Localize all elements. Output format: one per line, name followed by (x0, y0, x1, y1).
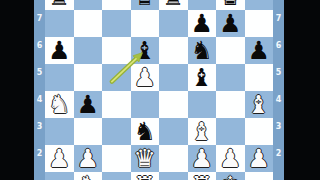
square-f4[interactable] (188, 91, 217, 118)
square-g3[interactable] (216, 118, 245, 145)
black-bishop-f5[interactable]: ♝ (191, 65, 213, 90)
black-king-g8[interactable]: ♚ (219, 0, 241, 9)
square-b4[interactable]: ♟ (74, 91, 103, 118)
white-rook-d1[interactable]: ♜ (134, 173, 156, 180)
square-g6[interactable] (216, 37, 245, 64)
square-c5[interactable] (102, 64, 131, 91)
black-bishop-d6[interactable]: ♝ (134, 38, 156, 63)
rank-label-left-7: 7 (34, 14, 45, 23)
white-pawn-f2[interactable]: ♟ (191, 146, 213, 171)
square-a4[interactable]: ♞ (45, 91, 74, 118)
square-c6[interactable] (102, 37, 131, 64)
square-c7[interactable] (102, 10, 131, 37)
square-d4[interactable] (131, 91, 160, 118)
square-b7[interactable] (74, 10, 103, 37)
white-knight-b1[interactable]: ♞ (77, 173, 99, 180)
white-pawn-g2[interactable]: ♟ (219, 146, 241, 171)
square-d1[interactable]: ♜ (131, 172, 160, 180)
square-b3[interactable] (74, 118, 103, 145)
square-a1[interactable] (45, 172, 74, 180)
white-king-g1[interactable]: ♚ (219, 173, 241, 180)
square-d6[interactable]: ♝ (131, 37, 160, 64)
square-d3[interactable]: ♞ (131, 118, 160, 145)
square-h4[interactable]: ♝ (245, 91, 274, 118)
black-pawn-f7[interactable]: ♟ (191, 11, 213, 36)
white-pawn-a2[interactable]: ♟ (48, 146, 70, 171)
black-pawn-b4[interactable]: ♟ (77, 92, 99, 117)
square-a8[interactable]: ♜ (45, 0, 74, 10)
square-c8[interactable] (102, 0, 131, 10)
rank-label-right-2: 2 (273, 149, 284, 158)
black-rook-a8[interactable]: ♜ (48, 0, 70, 9)
black-pawn-h6[interactable]: ♟ (248, 38, 270, 63)
chess-diagram: ♜♛♜♚♟♟♟♝♞♟♟♝♞♟♝♞♝♟♟♛♟♟♟♞♜♜♚ 776655443322 (0, 0, 320, 180)
square-e3[interactable] (159, 118, 188, 145)
square-g4[interactable] (216, 91, 245, 118)
square-f7[interactable]: ♟ (188, 10, 217, 37)
rank-label-right-3: 3 (273, 122, 284, 131)
white-knight-a4[interactable]: ♞ (48, 92, 70, 117)
square-h7[interactable] (245, 10, 274, 37)
square-d5[interactable]: ♟ (131, 64, 160, 91)
black-knight-f6[interactable]: ♞ (191, 38, 213, 63)
rank-label-left-2: 2 (34, 149, 45, 158)
square-f6[interactable]: ♞ (188, 37, 217, 64)
square-g7[interactable]: ♟ (216, 10, 245, 37)
square-c4[interactable] (102, 91, 131, 118)
square-d2[interactable]: ♛ (131, 145, 160, 172)
rank-label-right-7: 7 (273, 14, 284, 23)
square-f5[interactable]: ♝ (188, 64, 217, 91)
square-c1[interactable] (102, 172, 131, 180)
square-h1[interactable] (245, 172, 274, 180)
square-h2[interactable]: ♟ (245, 145, 274, 172)
square-a6[interactable]: ♟ (45, 37, 74, 64)
rank-label-right-4: 4 (273, 95, 284, 104)
square-a2[interactable]: ♟ (45, 145, 74, 172)
square-g2[interactable]: ♟ (216, 145, 245, 172)
rank-label-left-6: 6 (34, 41, 45, 50)
square-c3[interactable] (102, 118, 131, 145)
black-knight-d3[interactable]: ♞ (134, 119, 156, 144)
black-pawn-a6[interactable]: ♟ (48, 38, 70, 63)
square-d7[interactable] (131, 10, 160, 37)
square-f1[interactable]: ♜ (188, 172, 217, 180)
square-h6[interactable]: ♟ (245, 37, 274, 64)
black-queen-d8[interactable]: ♛ (134, 0, 156, 9)
rank-label-left-5: 5 (34, 68, 45, 77)
square-a3[interactable] (45, 118, 74, 145)
square-h8[interactable] (245, 0, 274, 10)
square-b2[interactable]: ♟ (74, 145, 103, 172)
square-e4[interactable] (159, 91, 188, 118)
white-rook-f1[interactable]: ♜ (191, 173, 213, 180)
square-e7[interactable] (159, 10, 188, 37)
square-b8[interactable] (74, 0, 103, 10)
rank-label-left-3: 3 (34, 122, 45, 131)
square-h5[interactable] (245, 64, 274, 91)
square-b6[interactable] (74, 37, 103, 64)
white-pawn-d5[interactable]: ♟ (134, 65, 156, 90)
square-a7[interactable] (45, 10, 74, 37)
white-pawn-b2[interactable]: ♟ (77, 146, 99, 171)
white-bishop-h4[interactable]: ♝ (248, 92, 270, 117)
white-pawn-h2[interactable]: ♟ (248, 146, 270, 171)
square-e8[interactable]: ♜ (159, 0, 188, 10)
square-g5[interactable] (216, 64, 245, 91)
square-a5[interactable] (45, 64, 74, 91)
square-d8[interactable]: ♛ (131, 0, 160, 10)
white-queen-d2[interactable]: ♛ (134, 146, 156, 171)
square-g1[interactable]: ♚ (216, 172, 245, 180)
square-e1[interactable] (159, 172, 188, 180)
square-e5[interactable] (159, 64, 188, 91)
black-rook-e8[interactable]: ♜ (162, 0, 184, 9)
square-f2[interactable]: ♟ (188, 145, 217, 172)
square-b5[interactable] (74, 64, 103, 91)
square-b1[interactable]: ♞ (74, 172, 103, 180)
square-e6[interactable] (159, 37, 188, 64)
rank-label-right-5: 5 (273, 68, 284, 77)
square-c2[interactable] (102, 145, 131, 172)
black-pawn-g7[interactable]: ♟ (219, 11, 241, 36)
rank-label-right-6: 6 (273, 41, 284, 50)
chess-board: ♜♛♜♚♟♟♟♝♞♟♟♝♞♟♝♞♝♟♟♛♟♟♟♞♜♜♚ (45, 0, 273, 180)
square-f3[interactable]: ♝ (188, 118, 217, 145)
rank-label-left-4: 4 (34, 95, 45, 104)
white-bishop-f3[interactable]: ♝ (191, 119, 213, 144)
square-e2[interactable] (159, 145, 188, 172)
square-h3[interactable] (245, 118, 274, 145)
